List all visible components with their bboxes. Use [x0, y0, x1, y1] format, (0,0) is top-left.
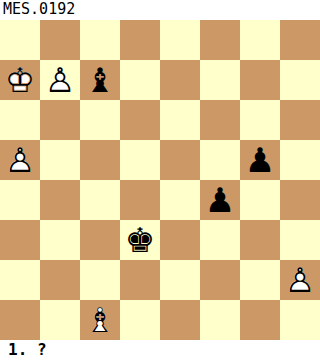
square-a8[interactable]: [0, 20, 40, 60]
square-a4[interactable]: [0, 180, 40, 220]
square-e3[interactable]: [160, 220, 200, 260]
square-b2[interactable]: [40, 260, 80, 300]
square-e6[interactable]: [160, 100, 200, 140]
square-h7[interactable]: [280, 60, 320, 100]
square-g4[interactable]: [240, 180, 280, 220]
square-g3[interactable]: [240, 220, 280, 260]
square-c4[interactable]: [80, 180, 120, 220]
square-h2[interactable]: ♟♙: [280, 260, 320, 300]
square-f4[interactable]: ♟: [200, 180, 240, 220]
move-prompt: 1. ?: [0, 340, 320, 360]
square-c1[interactable]: ♝♗: [80, 300, 120, 340]
square-d3[interactable]: ♚: [120, 220, 160, 260]
square-b6[interactable]: [40, 100, 80, 140]
chess-diagram-window: MES.0192 ♚♔♟♙♝♟♙♟♟♚♟♙♝♗ 1. ?: [0, 0, 320, 360]
square-c7[interactable]: ♝: [80, 60, 120, 100]
square-f2[interactable]: [200, 260, 240, 300]
square-g1[interactable]: [240, 300, 280, 340]
diagram-title: MES.0192: [0, 0, 320, 20]
square-d2[interactable]: [120, 260, 160, 300]
square-f1[interactable]: [200, 300, 240, 340]
black-king[interactable]: ♚: [120, 220, 160, 260]
square-c2[interactable]: [80, 260, 120, 300]
square-g8[interactable]: [240, 20, 280, 60]
square-f7[interactable]: [200, 60, 240, 100]
square-g5[interactable]: ♟: [240, 140, 280, 180]
square-f3[interactable]: [200, 220, 240, 260]
black-pawn[interactable]: ♟: [200, 180, 240, 220]
square-e8[interactable]: [160, 20, 200, 60]
square-f8[interactable]: [200, 20, 240, 60]
square-h8[interactable]: [280, 20, 320, 60]
square-h1[interactable]: [280, 300, 320, 340]
black-bishop[interactable]: ♝: [80, 60, 120, 100]
square-h3[interactable]: [280, 220, 320, 260]
chess-board: ♚♔♟♙♝♟♙♟♟♚♟♙♝♗: [0, 20, 320, 340]
square-e1[interactable]: [160, 300, 200, 340]
square-g6[interactable]: [240, 100, 280, 140]
square-b4[interactable]: [40, 180, 80, 220]
square-a2[interactable]: [0, 260, 40, 300]
square-e4[interactable]: [160, 180, 200, 220]
square-d1[interactable]: [120, 300, 160, 340]
square-e5[interactable]: [160, 140, 200, 180]
square-c6[interactable]: [80, 100, 120, 140]
square-a3[interactable]: [0, 220, 40, 260]
square-b3[interactable]: [40, 220, 80, 260]
square-b1[interactable]: [40, 300, 80, 340]
square-a5[interactable]: ♟♙: [0, 140, 40, 180]
square-a6[interactable]: [0, 100, 40, 140]
square-f6[interactable]: [200, 100, 240, 140]
white-bishop[interactable]: ♗: [80, 300, 120, 340]
square-b8[interactable]: [40, 20, 80, 60]
square-b7[interactable]: ♟♙: [40, 60, 80, 100]
square-d7[interactable]: [120, 60, 160, 100]
square-f5[interactable]: [200, 140, 240, 180]
square-c5[interactable]: [80, 140, 120, 180]
square-c8[interactable]: [80, 20, 120, 60]
square-d4[interactable]: [120, 180, 160, 220]
white-pawn[interactable]: ♙: [280, 260, 320, 300]
square-h4[interactable]: [280, 180, 320, 220]
black-pawn[interactable]: ♟: [240, 140, 280, 180]
square-e7[interactable]: [160, 60, 200, 100]
square-c3[interactable]: [80, 220, 120, 260]
square-a1[interactable]: [0, 300, 40, 340]
square-d8[interactable]: [120, 20, 160, 60]
square-h6[interactable]: [280, 100, 320, 140]
square-a7[interactable]: ♚♔: [0, 60, 40, 100]
white-pawn[interactable]: ♙: [40, 60, 80, 100]
white-pawn[interactable]: ♙: [0, 140, 40, 180]
square-d5[interactable]: [120, 140, 160, 180]
square-g2[interactable]: [240, 260, 280, 300]
square-g7[interactable]: [240, 60, 280, 100]
white-king[interactable]: ♔: [0, 60, 40, 100]
square-h5[interactable]: [280, 140, 320, 180]
square-d6[interactable]: [120, 100, 160, 140]
square-e2[interactable]: [160, 260, 200, 300]
square-b5[interactable]: [40, 140, 80, 180]
